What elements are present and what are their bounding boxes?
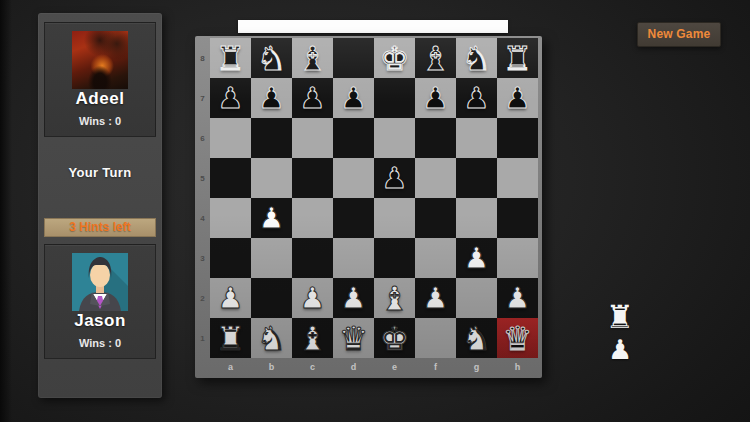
square-c4[interactable] xyxy=(292,198,333,238)
square-h3[interactable] xyxy=(497,238,538,278)
player-card-adeel: Adeel Wins : 0 xyxy=(44,22,156,137)
rank-label-5: 5 xyxy=(195,158,210,198)
piece-black-bishop: ♝ xyxy=(298,42,328,75)
piece-black-pawn: ♟ xyxy=(259,84,285,113)
square-d1[interactable]: ♛ xyxy=(333,318,374,358)
piece-black-bishop: ♝ xyxy=(421,42,451,75)
square-g2[interactable] xyxy=(456,278,497,318)
square-f3[interactable] xyxy=(415,238,456,278)
piece-white-pawn: ♟ xyxy=(464,244,490,273)
piece-white-bishop: ♝ xyxy=(298,322,328,355)
square-c2[interactable]: ♟ xyxy=(292,278,333,318)
square-c1[interactable]: ♝ xyxy=(292,318,333,358)
square-e7[interactable] xyxy=(374,78,415,118)
square-d6[interactable] xyxy=(333,118,374,158)
rank-label-8: 8 xyxy=(195,38,210,78)
square-b5[interactable] xyxy=(251,158,292,198)
piece-black-rook: ♜ xyxy=(503,42,533,75)
file-labels: abcdefgh xyxy=(210,358,538,378)
player-card-jason: Jason Wins : 0 xyxy=(44,244,156,359)
piece-black-king: ♚ xyxy=(380,42,410,75)
piece-black-rook: ♜ xyxy=(216,42,246,75)
square-e3[interactable] xyxy=(374,238,415,278)
player-wins-jason: Wins : 0 xyxy=(45,337,155,349)
square-g7[interactable]: ♟ xyxy=(456,78,497,118)
turn-indicator: Your Turn xyxy=(38,165,162,180)
square-e8[interactable]: ♚ xyxy=(374,38,415,78)
piece-black-pawn: ♟ xyxy=(218,84,244,113)
square-c8[interactable]: ♝ xyxy=(292,38,333,78)
square-b7[interactable]: ♟ xyxy=(251,78,292,118)
square-d4[interactable] xyxy=(333,198,374,238)
square-b6[interactable] xyxy=(251,118,292,158)
piece-white-rook: ♜ xyxy=(216,322,246,355)
square-f5[interactable] xyxy=(415,158,456,198)
square-h6[interactable] xyxy=(497,118,538,158)
square-a7[interactable]: ♟ xyxy=(210,78,251,118)
square-g6[interactable] xyxy=(456,118,497,158)
rank-label-6: 6 xyxy=(195,118,210,158)
piece-white-bishop: ♝ xyxy=(380,282,410,315)
square-c6[interactable] xyxy=(292,118,333,158)
rank-label-2: 2 xyxy=(195,278,210,318)
sidebar: Adeel Wins : 0 Your Turn 3 Hints left xyxy=(38,13,162,398)
square-e1[interactable]: ♚ xyxy=(374,318,415,358)
file-label-c: c xyxy=(292,358,333,378)
piece-black-pawn: ♟ xyxy=(382,164,408,193)
piece-black-pawn: ♟ xyxy=(341,84,367,113)
square-h4[interactable] xyxy=(497,198,538,238)
new-game-button[interactable]: New Game xyxy=(637,22,721,47)
player-wins-adeel: Wins : 0 xyxy=(45,115,155,127)
piece-white-pawn: ♟ xyxy=(341,284,367,313)
square-a8[interactable]: ♜ xyxy=(210,38,251,78)
square-f1[interactable] xyxy=(415,318,456,358)
square-b1[interactable]: ♞ xyxy=(251,318,292,358)
square-h5[interactable] xyxy=(497,158,538,198)
rank-labels: 87654321 xyxy=(195,38,210,358)
piece-black-pawn: ♟ xyxy=(464,84,490,113)
square-f8[interactable]: ♝ xyxy=(415,38,456,78)
file-label-a: a xyxy=(210,358,251,378)
piece-white-knight: ♞ xyxy=(462,322,492,355)
businessman-avatar-icon xyxy=(72,253,128,311)
square-a3[interactable] xyxy=(210,238,251,278)
file-label-e: e xyxy=(374,358,415,378)
square-g4[interactable] xyxy=(456,198,497,238)
piece-white-pawn: ♟ xyxy=(505,284,531,313)
square-d5[interactable] xyxy=(333,158,374,198)
captured-white-rook: ♜ xyxy=(606,301,635,333)
square-a2[interactable]: ♟ xyxy=(210,278,251,318)
piece-white-pawn: ♟ xyxy=(218,284,244,313)
file-label-d: d xyxy=(333,358,374,378)
piece-white-pawn: ♟ xyxy=(259,204,285,233)
square-g5[interactable] xyxy=(456,158,497,198)
piece-white-king: ♚ xyxy=(380,322,410,355)
square-d8[interactable] xyxy=(333,38,374,78)
player-name-adeel: Adeel xyxy=(45,89,155,109)
avatar-jason xyxy=(72,253,128,311)
rank-label-1: 1 xyxy=(195,318,210,358)
square-g3[interactable]: ♟ xyxy=(456,238,497,278)
avatar-adeel xyxy=(72,31,128,89)
file-label-g: g xyxy=(456,358,497,378)
square-b2[interactable] xyxy=(251,278,292,318)
square-d3[interactable] xyxy=(333,238,374,278)
square-a6[interactable] xyxy=(210,118,251,158)
board-squares: ♜♞♝♚♝♞♜♟♟♟♟♟♟♟♟♟♟♟♟♟♝♟♟♜♞♝♛♚♞♛ xyxy=(210,38,538,358)
file-label-h: h xyxy=(497,358,538,378)
square-f6[interactable] xyxy=(415,118,456,158)
piece-black-pawn: ♟ xyxy=(300,84,326,113)
piece-black-pawn: ♟ xyxy=(423,84,449,113)
piece-white-pawn: ♟ xyxy=(300,284,326,313)
square-f4[interactable] xyxy=(415,198,456,238)
piece-black-queen: ♛ xyxy=(503,322,533,355)
square-e5[interactable]: ♟ xyxy=(374,158,415,198)
square-h8[interactable]: ♜ xyxy=(497,38,538,78)
captured-white-pawn: ♟ xyxy=(608,336,632,363)
square-f2[interactable]: ♟ xyxy=(415,278,456,318)
piece-black-pawn: ♟ xyxy=(505,84,531,113)
rank-label-3: 3 xyxy=(195,238,210,278)
square-b8[interactable]: ♞ xyxy=(251,38,292,78)
square-d2[interactable]: ♟ xyxy=(333,278,374,318)
square-c3[interactable] xyxy=(292,238,333,278)
square-b4[interactable]: ♟ xyxy=(251,198,292,238)
square-h2[interactable]: ♟ xyxy=(497,278,538,318)
left-vignette xyxy=(0,0,12,422)
piece-white-queen: ♛ xyxy=(339,322,369,355)
square-e6[interactable] xyxy=(374,118,415,158)
square-a5[interactable] xyxy=(210,158,251,198)
piece-black-knight: ♞ xyxy=(462,42,492,75)
square-b3[interactable] xyxy=(251,238,292,278)
rank-label-7: 7 xyxy=(195,78,210,118)
square-h1[interactable]: ♛ xyxy=(497,318,538,358)
app-window: Adeel Wins : 0 Your Turn 3 Hints left xyxy=(0,0,750,422)
square-f7[interactable]: ♟ xyxy=(415,78,456,118)
square-a1[interactable]: ♜ xyxy=(210,318,251,358)
ad-banner xyxy=(238,20,508,33)
rank-label-4: 4 xyxy=(195,198,210,238)
piece-white-pawn: ♟ xyxy=(423,284,449,313)
square-d7[interactable]: ♟ xyxy=(333,78,374,118)
square-c5[interactable] xyxy=(292,158,333,198)
hints-button[interactable]: 3 Hints left xyxy=(44,218,156,237)
file-label-b: b xyxy=(251,358,292,378)
piece-white-knight: ♞ xyxy=(257,322,287,355)
square-e4[interactable] xyxy=(374,198,415,238)
square-c7[interactable]: ♟ xyxy=(292,78,333,118)
square-g1[interactable]: ♞ xyxy=(456,318,497,358)
square-a4[interactable] xyxy=(210,198,251,238)
captured-pieces-tray: ♜♟ xyxy=(596,301,644,363)
player-name-jason: Jason xyxy=(45,311,155,331)
square-h7[interactable]: ♟ xyxy=(497,78,538,118)
square-e2[interactable]: ♝ xyxy=(374,278,415,318)
square-g8[interactable]: ♞ xyxy=(456,38,497,78)
file-label-f: f xyxy=(415,358,456,378)
piece-black-knight: ♞ xyxy=(257,42,287,75)
